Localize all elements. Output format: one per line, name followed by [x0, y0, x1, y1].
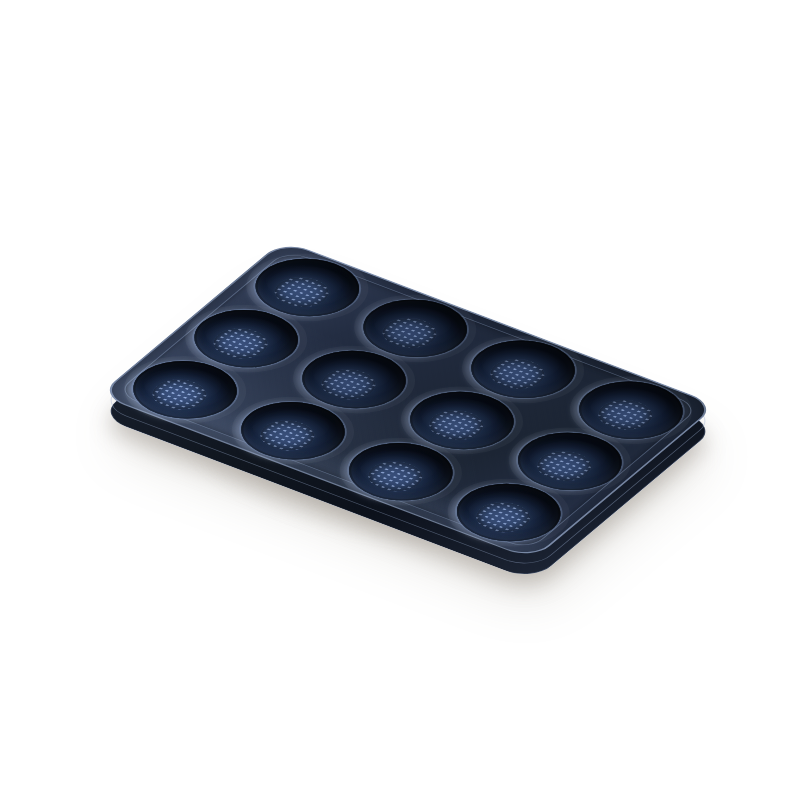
- cup-dimpled-bottom: [250, 415, 324, 457]
- cup-dimpled-bottom: [203, 323, 277, 365]
- cup-dimpled-bottom: [372, 312, 446, 354]
- cup-dimpled-bottom: [588, 394, 662, 436]
- cup-dimpled-bottom: [311, 363, 385, 405]
- cup-dimpled-bottom: [264, 271, 338, 313]
- cup-dimpled-bottom: [142, 374, 216, 416]
- cup-dimpled-bottom: [419, 404, 493, 446]
- cup-dimpled-bottom: [358, 456, 432, 498]
- cup-dimpled-bottom: [480, 353, 554, 395]
- cup-dimpled-bottom: [466, 496, 540, 538]
- cup-dimpled-bottom: [527, 445, 601, 487]
- photo-background: [0, 0, 800, 800]
